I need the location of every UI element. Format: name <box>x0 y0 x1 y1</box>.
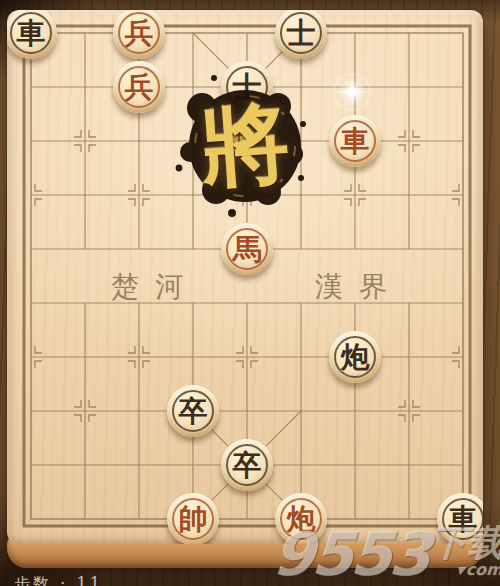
piece-red-horse[interactable]: 馬 <box>221 223 273 275</box>
piece-glyph: 帥 <box>179 505 208 534</box>
piece-glyph: 車 <box>17 19 46 48</box>
piece-red-general[interactable]: 帥 <box>167 493 219 544</box>
piece-black-advisor[interactable]: 士 <box>221 61 273 113</box>
board-surface[interactable]: 楚河 漢界 車兵士兵士車馬炮卒卒帥炮車 <box>7 10 483 544</box>
xiangqi-board: 楚河 漢界 車兵士兵士車馬炮卒卒帥炮車 <box>7 10 483 568</box>
piece-glyph: 士 <box>287 19 316 48</box>
piece-glyph: 炮 <box>341 343 370 372</box>
piece-glyph: 士 <box>233 73 262 102</box>
river-label-right: 漢界 <box>315 270 403 304</box>
piece-black-soldier[interactable]: 卒 <box>221 439 273 491</box>
piece-red-soldier[interactable]: 兵 <box>113 61 165 113</box>
river-label-left: 楚河 <box>111 270 199 304</box>
sparkle-star-icon <box>332 72 372 112</box>
piece-black-chariot[interactable]: 車 <box>437 493 483 544</box>
game-screen: 楚河 漢界 車兵士兵士車馬炮卒卒帥炮車 <box>0 0 500 586</box>
piece-glyph: 馬 <box>233 235 262 264</box>
move-counter: 步数 : 11 <box>14 574 103 586</box>
piece-glyph: 卒 <box>179 397 208 426</box>
piece-red-chariot[interactable]: 車 <box>329 115 381 167</box>
piece-glyph: 炮 <box>287 505 316 534</box>
piece-glyph: 車 <box>341 127 370 156</box>
piece-glyph: 兵 <box>125 73 154 102</box>
piece-glyph: 兵 <box>125 19 154 48</box>
piece-red-cannon[interactable]: 炮 <box>275 493 327 544</box>
piece-black-soldier[interactable]: 卒 <box>167 385 219 437</box>
piece-glyph: 卒 <box>233 451 262 480</box>
piece-black-cannon[interactable]: 炮 <box>329 331 381 383</box>
piece-glyph: 車 <box>449 505 478 534</box>
